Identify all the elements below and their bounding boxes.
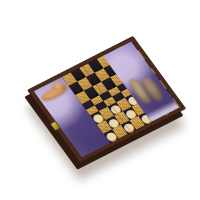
photo-background: ●●●●●●●●●●●●●●●●●●●●●●●● [0,0,200,200]
game-box: ●●●●●●●●●●●●●●●●●●●●●●●● [27,36,186,163]
snow-ground-shape [145,100,179,122]
